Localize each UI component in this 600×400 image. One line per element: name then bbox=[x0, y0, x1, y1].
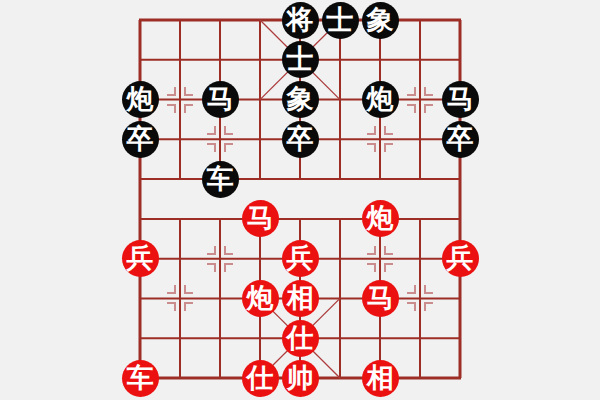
piece-red-chariot[interactable]: 车 bbox=[122, 360, 159, 397]
piece-black-horse[interactable]: 马 bbox=[202, 81, 239, 118]
piece-black-cannon[interactable]: 炮 bbox=[362, 81, 399, 118]
piece-red-soldier[interactable]: 兵 bbox=[122, 240, 159, 277]
piece-black-elephant[interactable]: 象 bbox=[362, 2, 399, 39]
piece-black-elephant[interactable]: 象 bbox=[282, 81, 319, 118]
piece-black-chariot[interactable]: 车 bbox=[202, 161, 239, 198]
piece-red-elephant[interactable]: 相 bbox=[362, 360, 399, 397]
piece-red-soldier[interactable]: 兵 bbox=[442, 240, 479, 277]
piece-red-advisor[interactable]: 仕 bbox=[282, 320, 319, 357]
piece-red-cannon[interactable]: 炮 bbox=[242, 280, 279, 317]
piece-red-elephant[interactable]: 相 bbox=[282, 280, 319, 317]
piece-red-cannon[interactable]: 炮 bbox=[362, 200, 399, 237]
piece-red-advisor[interactable]: 仕 bbox=[242, 360, 279, 397]
piece-black-soldier[interactable]: 卒 bbox=[122, 121, 159, 158]
screenshot-stage: 将士象士炮马象炮马卒卒卒车马炮兵兵兵炮相马仕车仕帅相 bbox=[0, 0, 600, 400]
piece-red-horse[interactable]: 马 bbox=[242, 200, 279, 237]
piece-red-general[interactable]: 帅 bbox=[282, 360, 319, 397]
piece-black-advisor[interactable]: 士 bbox=[322, 2, 359, 39]
piece-black-advisor[interactable]: 士 bbox=[282, 41, 319, 78]
piece-black-cannon[interactable]: 炮 bbox=[122, 81, 159, 118]
piece-black-horse[interactable]: 马 bbox=[442, 81, 479, 118]
piece-black-soldier[interactable]: 卒 bbox=[442, 121, 479, 158]
piece-red-horse[interactable]: 马 bbox=[362, 280, 399, 317]
xiangqi-board: 将士象士炮马象炮马卒卒卒车马炮兵兵兵炮相马仕车仕帅相 bbox=[0, 0, 600, 400]
piece-black-soldier[interactable]: 卒 bbox=[282, 121, 319, 158]
piece-red-soldier[interactable]: 兵 bbox=[282, 240, 319, 277]
piece-black-general[interactable]: 将 bbox=[282, 2, 319, 39]
